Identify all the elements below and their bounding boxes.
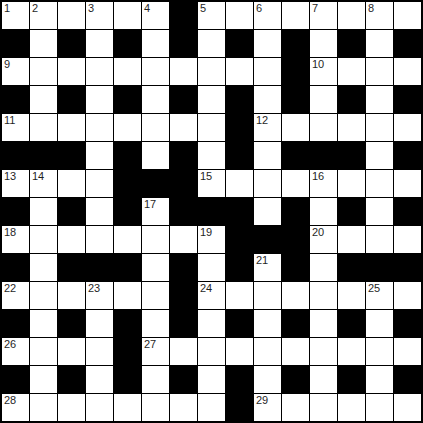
cell-12-3[interactable]: [86, 338, 113, 365]
cell-0-12[interactable]: [338, 2, 365, 29]
clue-number-14: 14: [32, 170, 44, 183]
cell-12-14[interactable]: [394, 338, 421, 365]
cell-1-13[interactable]: [366, 30, 393, 57]
cell-8-13[interactable]: [366, 226, 393, 253]
cell-10-3[interactable]: 23: [86, 282, 113, 309]
cell-9-11[interactable]: [310, 254, 337, 281]
cell-6-5-block: [142, 170, 169, 197]
cell-1-6-block: [170, 30, 197, 57]
clue-number-7: 7: [312, 2, 318, 15]
cell-2-7[interactable]: [198, 58, 225, 85]
clue-number-3: 3: [88, 2, 94, 15]
cell-2-4[interactable]: [114, 58, 141, 85]
cell-11-0-block: [2, 310, 29, 337]
cell-8-14[interactable]: [394, 226, 421, 253]
cell-11-12-block: [338, 310, 365, 337]
cell-11-2-block: [58, 310, 85, 337]
cell-0-1[interactable]: 2: [30, 2, 57, 29]
cell-1-0-block: [2, 30, 29, 57]
cell-1-12-block: [338, 30, 365, 57]
cell-6-10[interactable]: [282, 170, 309, 197]
cell-11-14-block: [394, 310, 421, 337]
cell-0-5[interactable]: 4: [142, 2, 169, 29]
cell-3-6-block: [170, 86, 197, 113]
cell-10-14[interactable]: [394, 282, 421, 309]
cell-7-11[interactable]: [310, 198, 337, 225]
cell-7-9[interactable]: [254, 198, 281, 225]
cell-14-8-block: [226, 394, 253, 421]
cell-14-7[interactable]: [198, 394, 225, 421]
cell-11-4-block: [114, 310, 141, 337]
cell-5-10-block: [282, 142, 309, 169]
cell-12-0[interactable]: 26: [2, 338, 29, 365]
cell-3-4-block: [114, 86, 141, 113]
cell-3-10-block: [282, 86, 309, 113]
cell-14-11[interactable]: [310, 394, 337, 421]
cell-4-3[interactable]: [86, 114, 113, 141]
cell-8-7[interactable]: 19: [198, 226, 225, 253]
cell-9-13-block: [366, 254, 393, 281]
cell-11-11[interactable]: [310, 310, 337, 337]
cell-5-4-block: [114, 142, 141, 169]
cell-1-8-block: [226, 30, 253, 57]
cell-13-14-block: [394, 366, 421, 393]
cell-9-8-block: [226, 254, 253, 281]
clue-number-16: 16: [312, 170, 324, 183]
cell-5-7[interactable]: [198, 142, 225, 169]
cell-6-7[interactable]: 15: [198, 170, 225, 197]
clue-number-27: 27: [144, 338, 156, 351]
cell-9-3-block: [86, 254, 113, 281]
cell-8-10-block: [282, 226, 309, 253]
cell-1-2-block: [58, 30, 85, 57]
cell-9-1[interactable]: [30, 254, 57, 281]
cell-7-12-block: [338, 198, 365, 225]
cell-7-14-block: [394, 198, 421, 225]
cell-0-11[interactable]: 7: [310, 2, 337, 29]
cell-0-0[interactable]: 1: [2, 2, 29, 29]
cell-5-5[interactable]: [142, 142, 169, 169]
cell-11-5[interactable]: [142, 310, 169, 337]
cell-10-7[interactable]: 24: [198, 282, 225, 309]
clue-number-17: 17: [144, 198, 156, 211]
cell-8-6[interactable]: [170, 226, 197, 253]
cell-9-9[interactable]: 21: [254, 254, 281, 281]
cell-2-10-block: [282, 58, 309, 85]
cell-2-11[interactable]: 10: [310, 58, 337, 85]
cell-3-1[interactable]: [30, 86, 57, 113]
cell-0-7[interactable]: 5: [198, 2, 225, 29]
clue-number-12: 12: [256, 114, 268, 127]
cell-6-1[interactable]: 14: [30, 170, 57, 197]
cell-4-2[interactable]: [58, 114, 85, 141]
cell-0-14[interactable]: [394, 2, 421, 29]
clue-number-4: 4: [144, 2, 150, 15]
cell-11-9[interactable]: [254, 310, 281, 337]
clue-number-18: 18: [4, 226, 16, 239]
cell-7-8-block: [226, 198, 253, 225]
cell-13-8-block: [226, 366, 253, 393]
cell-1-9[interactable]: [254, 30, 281, 57]
cell-8-9-block: [254, 226, 281, 253]
cell-12-10[interactable]: [282, 338, 309, 365]
cell-10-12[interactable]: [338, 282, 365, 309]
cell-3-12-block: [338, 86, 365, 113]
cell-4-7[interactable]: [198, 114, 225, 141]
clue-number-21: 21: [256, 254, 268, 267]
cell-3-13[interactable]: [366, 86, 393, 113]
cell-13-12-block: [338, 366, 365, 393]
cell-11-8-block: [226, 310, 253, 337]
cell-6-14[interactable]: [394, 170, 421, 197]
cell-9-6-block: [170, 254, 197, 281]
cell-11-10-block: [282, 310, 309, 337]
cell-7-4-block: [114, 198, 141, 225]
clue-number-19: 19: [200, 226, 212, 239]
cell-5-13[interactable]: [366, 142, 393, 169]
cell-0-4[interactable]: [114, 2, 141, 29]
cell-0-10[interactable]: [282, 2, 309, 29]
cell-12-12[interactable]: [338, 338, 365, 365]
cell-4-1[interactable]: [30, 114, 57, 141]
cell-11-7[interactable]: [198, 310, 225, 337]
cell-7-5[interactable]: 17: [142, 198, 169, 225]
cell-11-1[interactable]: [30, 310, 57, 337]
cell-0-2[interactable]: [58, 2, 85, 29]
cell-6-4-block: [114, 170, 141, 197]
cell-3-0-block: [2, 86, 29, 113]
cell-10-10[interactable]: [282, 282, 309, 309]
cell-1-11[interactable]: [310, 30, 337, 57]
cell-3-7[interactable]: [198, 86, 225, 113]
cell-14-14[interactable]: [394, 394, 421, 421]
cell-9-7[interactable]: [198, 254, 225, 281]
cell-12-9[interactable]: [254, 338, 281, 365]
cell-10-8[interactable]: [226, 282, 253, 309]
cell-13-7[interactable]: [198, 366, 225, 393]
cell-6-9[interactable]: [254, 170, 281, 197]
cell-13-10-block: [282, 366, 309, 393]
cell-4-5[interactable]: [142, 114, 169, 141]
cell-12-11[interactable]: [310, 338, 337, 365]
clue-number-23: 23: [88, 282, 100, 295]
cell-11-13[interactable]: [366, 310, 393, 337]
cell-4-8-block: [226, 114, 253, 141]
cell-1-3[interactable]: [86, 30, 113, 57]
clue-number-2: 2: [32, 2, 38, 15]
cell-2-8[interactable]: [226, 58, 253, 85]
cell-12-1[interactable]: [30, 338, 57, 365]
cell-0-13[interactable]: 8: [366, 2, 393, 29]
cell-5-6-block: [170, 142, 197, 169]
cell-2-9[interactable]: [254, 58, 281, 85]
cell-0-3[interactable]: 3: [86, 2, 113, 29]
cell-5-2-block: [58, 142, 85, 169]
cell-8-11[interactable]: 20: [310, 226, 337, 253]
cell-5-12-block: [338, 142, 365, 169]
clue-number-24: 24: [200, 282, 212, 295]
clue-number-22: 22: [4, 282, 16, 295]
cell-7-13[interactable]: [366, 198, 393, 225]
cell-3-5[interactable]: [142, 86, 169, 113]
cell-1-14-block: [394, 30, 421, 57]
cell-13-9[interactable]: [254, 366, 281, 393]
cell-6-2[interactable]: [58, 170, 85, 197]
cell-13-1[interactable]: [30, 366, 57, 393]
cell-5-1-block: [30, 142, 57, 169]
cell-2-1[interactable]: [30, 58, 57, 85]
cell-1-5[interactable]: [142, 30, 169, 57]
cell-3-3[interactable]: [86, 86, 113, 113]
cell-6-11[interactable]: 16: [310, 170, 337, 197]
clue-number-25: 25: [368, 282, 380, 295]
cell-7-7-block: [198, 198, 225, 225]
cell-6-0[interactable]: 13: [2, 170, 29, 197]
cell-8-0[interactable]: 18: [2, 226, 29, 253]
cell-4-9[interactable]: 12: [254, 114, 281, 141]
cell-2-2[interactable]: [58, 58, 85, 85]
cell-14-6[interactable]: [170, 394, 197, 421]
cell-1-10-block: [282, 30, 309, 57]
clue-number-15: 15: [200, 170, 212, 183]
cell-7-1[interactable]: [30, 198, 57, 225]
cell-0-8[interactable]: [226, 2, 253, 29]
clue-number-9: 9: [4, 58, 10, 71]
crossword-grid: 1234567891011121314151617181920212223242…: [0, 0, 423, 423]
cell-13-2-block: [58, 366, 85, 393]
cell-5-8-block: [226, 142, 253, 169]
cell-2-5[interactable]: [142, 58, 169, 85]
cell-4-4[interactable]: [114, 114, 141, 141]
cell-13-13[interactable]: [366, 366, 393, 393]
cell-14-2[interactable]: [58, 394, 85, 421]
cell-4-14[interactable]: [394, 114, 421, 141]
cell-13-11[interactable]: [310, 366, 337, 393]
cell-9-5[interactable]: [142, 254, 169, 281]
cell-10-1[interactable]: [30, 282, 57, 309]
cell-14-13[interactable]: [366, 394, 393, 421]
cell-4-13[interactable]: [366, 114, 393, 141]
cell-7-6-block: [170, 198, 197, 225]
cell-14-0[interactable]: 28: [2, 394, 29, 421]
cell-8-2[interactable]: [58, 226, 85, 253]
cell-9-2-block: [58, 254, 85, 281]
cell-12-13[interactable]: [366, 338, 393, 365]
cell-6-6-block: [170, 170, 197, 197]
cell-4-10[interactable]: [282, 114, 309, 141]
cell-10-5[interactable]: [142, 282, 169, 309]
cell-9-4-block: [114, 254, 141, 281]
cell-9-10-block: [282, 254, 309, 281]
cell-3-11[interactable]: [310, 86, 337, 113]
cell-12-8[interactable]: [226, 338, 253, 365]
clue-number-5: 5: [200, 2, 206, 15]
cell-9-0-block: [2, 254, 29, 281]
cell-14-12[interactable]: [338, 394, 365, 421]
clue-number-28: 28: [4, 394, 16, 407]
cell-8-4[interactable]: [114, 226, 141, 253]
cell-6-3[interactable]: [86, 170, 113, 197]
cell-5-11-block: [310, 142, 337, 169]
cell-14-1[interactable]: [30, 394, 57, 421]
clue-number-6: 6: [256, 2, 262, 15]
cell-14-4[interactable]: [114, 394, 141, 421]
cell-10-9[interactable]: [254, 282, 281, 309]
cell-11-3[interactable]: [86, 310, 113, 337]
cell-14-9[interactable]: 29: [254, 394, 281, 421]
cell-12-5[interactable]: 27: [142, 338, 169, 365]
cell-6-8[interactable]: [226, 170, 253, 197]
clue-number-8: 8: [368, 2, 374, 15]
cell-3-9[interactable]: [254, 86, 281, 113]
cell-9-14-block: [394, 254, 421, 281]
cell-10-6-block: [170, 282, 197, 309]
cell-5-0-block: [2, 142, 29, 169]
cell-2-6[interactable]: [170, 58, 197, 85]
cell-1-7[interactable]: [198, 30, 225, 57]
cell-10-4[interactable]: [114, 282, 141, 309]
cell-3-8-block: [226, 86, 253, 113]
cell-10-13[interactable]: 25: [366, 282, 393, 309]
cell-12-2[interactable]: [58, 338, 85, 365]
cell-6-13[interactable]: [366, 170, 393, 197]
cell-10-11[interactable]: [310, 282, 337, 309]
cell-7-0-block: [2, 198, 29, 225]
cell-0-6-block: [170, 2, 197, 29]
cell-7-3[interactable]: [86, 198, 113, 225]
cell-4-11[interactable]: [310, 114, 337, 141]
cell-13-3[interactable]: [86, 366, 113, 393]
clue-number-20: 20: [312, 226, 324, 239]
clue-number-26: 26: [4, 338, 16, 351]
cell-4-0[interactable]: 11: [2, 114, 29, 141]
clue-number-29: 29: [256, 394, 268, 407]
clue-number-1: 1: [4, 2, 10, 15]
cell-14-5[interactable]: [142, 394, 169, 421]
cell-11-6-block: [170, 310, 197, 337]
cell-0-9[interactable]: 6: [254, 2, 281, 29]
cell-3-2-block: [58, 86, 85, 113]
cell-2-14[interactable]: [394, 58, 421, 85]
cell-6-12[interactable]: [338, 170, 365, 197]
cell-4-12[interactable]: [338, 114, 365, 141]
cell-5-3[interactable]: [86, 142, 113, 169]
cell-7-10-block: [282, 198, 309, 225]
cell-4-6[interactable]: [170, 114, 197, 141]
cell-3-14-block: [394, 86, 421, 113]
cell-13-5[interactable]: [142, 366, 169, 393]
cell-12-4-block: [114, 338, 141, 365]
cell-13-0-block: [2, 366, 29, 393]
cell-14-3[interactable]: [86, 394, 113, 421]
cell-14-10[interactable]: [282, 394, 309, 421]
cell-13-4-block: [114, 366, 141, 393]
cell-8-8-block: [226, 226, 253, 253]
cell-5-14-block: [394, 142, 421, 169]
cell-8-1[interactable]: [30, 226, 57, 253]
cell-7-2-block: [58, 198, 85, 225]
cell-1-4-block: [114, 30, 141, 57]
clue-number-10: 10: [312, 58, 324, 71]
cell-8-5[interactable]: [142, 226, 169, 253]
cell-12-6[interactable]: [170, 338, 197, 365]
cell-10-0[interactable]: 22: [2, 282, 29, 309]
cell-12-7[interactable]: [198, 338, 225, 365]
cell-2-12[interactable]: [338, 58, 365, 85]
cell-2-13[interactable]: [366, 58, 393, 85]
clue-number-11: 11: [4, 114, 15, 127]
cell-5-9[interactable]: [254, 142, 281, 169]
clue-number-13: 13: [4, 170, 16, 183]
cell-2-3[interactable]: [86, 58, 113, 85]
cell-8-12[interactable]: [338, 226, 365, 253]
cell-1-1[interactable]: [30, 30, 57, 57]
cell-13-6-block: [170, 366, 197, 393]
cell-8-3[interactable]: [86, 226, 113, 253]
cell-9-12-block: [338, 254, 365, 281]
cell-10-2[interactable]: [58, 282, 85, 309]
cell-2-0[interactable]: 9: [2, 58, 29, 85]
